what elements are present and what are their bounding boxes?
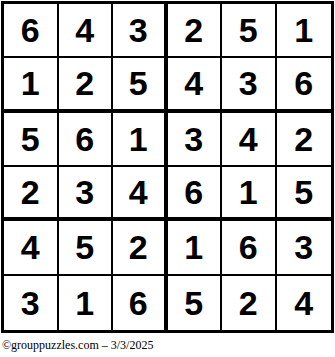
cell-r1c5[interactable]: 5 [222, 4, 277, 58]
cell-r6c4[interactable]: 5 [168, 276, 223, 330]
cell-r4c2[interactable]: 3 [59, 167, 114, 221]
cell-r4c4[interactable]: 6 [168, 167, 223, 221]
cell-r5c2[interactable]: 5 [59, 221, 114, 275]
cell-r6c2[interactable]: 1 [59, 276, 114, 330]
cell-r5c6[interactable]: 3 [277, 221, 332, 275]
cell-r4c5[interactable]: 1 [222, 167, 277, 221]
cell-r2c1[interactable]: 1 [4, 58, 59, 112]
cell-r1c3[interactable]: 3 [113, 4, 168, 58]
cell-r1c2[interactable]: 4 [59, 4, 114, 58]
cell-r5c3[interactable]: 2 [113, 221, 168, 275]
sudoku-board: 643251125436561342234615452163316524 [1, 1, 334, 333]
cell-r5c4[interactable]: 1 [168, 221, 223, 275]
cell-r2c2[interactable]: 2 [59, 58, 114, 112]
cell-r6c1[interactable]: 3 [4, 276, 59, 330]
cell-r5c1[interactable]: 4 [4, 221, 59, 275]
cell-r4c6[interactable]: 5 [277, 167, 332, 221]
cell-r2c3[interactable]: 5 [113, 58, 168, 112]
cell-r3c2[interactable]: 6 [59, 113, 114, 167]
cell-r2c5[interactable]: 3 [222, 58, 277, 112]
cell-r3c3[interactable]: 1 [113, 113, 168, 167]
cell-r4c3[interactable]: 4 [113, 167, 168, 221]
cell-r5c5[interactable]: 6 [222, 221, 277, 275]
cell-r3c5[interactable]: 4 [222, 113, 277, 167]
copyright-footer: ©grouppuzzles.com – 3/3/2025 [2, 338, 333, 356]
cell-r3c1[interactable]: 5 [4, 113, 59, 167]
cell-r1c6[interactable]: 1 [277, 4, 332, 58]
cell-r3c6[interactable]: 2 [277, 113, 332, 167]
cell-r1c4[interactable]: 2 [168, 4, 223, 58]
cell-r2c6[interactable]: 6 [277, 58, 332, 112]
cell-r3c4[interactable]: 3 [168, 113, 223, 167]
cell-r6c5[interactable]: 2 [222, 276, 277, 330]
cell-r6c3[interactable]: 6 [113, 276, 168, 330]
cell-r6c6[interactable]: 4 [277, 276, 332, 330]
cell-r4c1[interactable]: 2 [4, 167, 59, 221]
cell-r1c1[interactable]: 6 [4, 4, 59, 58]
cell-r2c4[interactable]: 4 [168, 58, 223, 112]
